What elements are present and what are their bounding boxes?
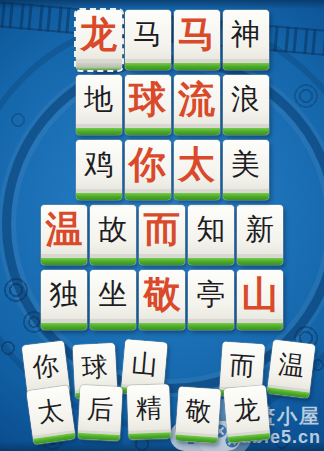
tile-char: 新 [237,205,283,254]
tile-edge-base [174,193,220,200]
tile-char: 鸡 [76,140,122,189]
tile-char: 球 [125,75,171,124]
tile-char: 山 [237,270,283,319]
tile-char: 后 [78,385,122,432]
tile-edge-base [188,258,234,265]
tile-edge-base [174,128,220,135]
tray-tile[interactable]: 太 [26,385,75,444]
board-tile[interactable]: 敬 [139,270,185,330]
tile-char: 浪 [223,75,269,124]
board-row: 温故而知新 [0,205,324,265]
tile-char: 你 [125,140,171,189]
board-row: 鸡你太美 [10,140,324,200]
tile-char: 而 [220,342,265,390]
board-tile[interactable]: 马 [174,10,220,70]
tile-edge-base [188,323,234,330]
board-tile[interactable]: 地 [76,75,122,135]
tile-char: 美 [223,140,269,189]
tile-edge-base [223,193,269,200]
tile-edge-base [125,193,171,200]
tile-edge-base [41,258,87,265]
tile-char: 温 [268,340,315,390]
board-row: 龙马马神 [10,10,324,70]
board-tile[interactable]: 鸡 [76,140,122,200]
tile-edge-base [223,63,269,70]
tile-edge-base [90,258,136,265]
tile-char: 神 [223,10,269,59]
tile-char: 温 [41,205,87,254]
tile-edge-base [78,433,120,441]
tile-char: 马 [174,10,220,59]
tray-tile[interactable]: 精 [127,384,171,439]
game-stage: 土鳖小屋 tubie5.cn 龙马马神地球流浪鸡你太美温故而知新独坐敬亭山 你球… [0,0,324,451]
board-tile[interactable]: 美 [223,140,269,200]
tile-edge-base [139,323,185,330]
board: 龙马马神地球流浪鸡你太美温故而知新独坐敬亭山 [0,10,324,335]
tile-char: 球 [73,343,117,390]
board-tile[interactable]: 山 [237,270,283,330]
tile-char: 故 [90,205,136,254]
board-row: 独坐敬亭山 [0,270,324,330]
board-tile[interactable]: 坐 [90,270,136,330]
tile-edge-base [174,63,220,70]
tile-char: 流 [174,75,220,124]
tile-char: 你 [22,341,69,391]
board-tile-selected[interactable]: 龙 [76,10,122,70]
tile-edge-base [139,258,185,265]
tray-row: 太后精敬龙 [30,388,324,442]
board-tile[interactable]: 温 [41,205,87,265]
tile-char: 知 [188,205,234,254]
top-shade [0,0,324,9]
tile-edge-base [129,432,171,439]
tile-tray: 你球山而温太后精敬龙 [0,343,324,442]
tile-edge-base [237,323,283,330]
board-tile[interactable]: 浪 [223,75,269,135]
tile-char: 而 [139,205,185,254]
tray-tile[interactable]: 敬 [175,387,221,444]
tile-char: 敬 [176,387,221,435]
tile-edge-base [76,193,122,200]
tile-char: 敬 [139,270,185,319]
tile-char: 山 [122,339,168,387]
tile-char: 精 [127,384,171,430]
tile-edge-base [125,128,171,135]
board-tile[interactable]: 太 [174,140,220,200]
board-tile[interactable]: 你 [125,140,171,200]
board-tile[interactable]: 神 [223,10,269,70]
tile-edge-base [41,323,87,330]
tile-char: 坐 [90,270,136,319]
board-tile[interactable]: 而 [139,205,185,265]
board-row: 地球流浪 [10,75,324,135]
tile-edge-base [237,258,283,265]
tile-edge-base [90,323,136,330]
tile-char: 太 [26,385,74,435]
board-tile[interactable]: 马 [125,10,171,70]
board-tile[interactable]: 故 [90,205,136,265]
board-tile[interactable]: 亭 [188,270,234,330]
tile-char: 龙 [76,10,122,59]
tile-edge-base [223,128,269,135]
tile-edge-base [76,63,122,70]
tray-tile[interactable]: 龙 [224,385,271,442]
board-tile[interactable]: 知 [188,205,234,265]
board-tile[interactable]: 新 [237,205,283,265]
board-tile[interactable]: 独 [41,270,87,330]
tile-char: 亭 [188,270,234,319]
tile-edge-base [76,128,122,135]
tile-char: 马 [125,10,171,59]
board-tile[interactable]: 流 [174,75,220,135]
board-tile[interactable]: 球 [125,75,171,135]
tile-edge-base [125,63,171,70]
tile-char: 地 [76,75,122,124]
tray-tile[interactable]: 后 [78,385,123,441]
tile-char: 龙 [224,385,270,433]
tile-char: 独 [41,270,87,319]
tile-char: 太 [174,140,220,189]
